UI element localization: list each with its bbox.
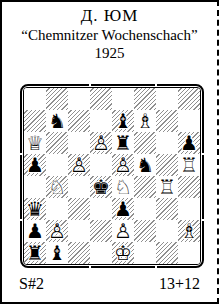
white-pawn-piece: ♙ [114,221,132,241]
square-a2: ♟ [24,220,46,242]
black-pawn-piece: ♟ [180,133,198,153]
stipulation-label: S#2 [19,275,44,293]
square-g4: ♖ [156,176,178,198]
square-d3 [90,198,112,220]
publication-year: 1925 [2,45,217,62]
white-king-piece: ♔ [114,243,132,263]
square-f2 [134,220,156,242]
square-g6 [156,132,178,154]
square-a4 [24,176,46,198]
square-g7 [156,110,178,132]
square-c4 [68,176,90,198]
white-rook-piece: ♖ [180,155,198,175]
square-b3 [46,198,68,220]
square-e8 [112,88,134,110]
diagram-header: Д. ЮМ “Chemnitzer Wochenschach” 1925 [2,2,217,62]
square-d8 [90,88,112,110]
square-b6 [46,132,68,154]
white-bishop-piece: ♗ [136,111,154,131]
frame-gap [155,84,157,87]
square-f7: ♗ [134,110,156,132]
chess-board-frame: ♞♝♗♕♙♜♟♟♙♙♞♖♘♚♘♖♛♟♟♙♙♗♜♝♔ [20,84,204,268]
square-b8 [46,88,68,110]
square-d4: ♚ [90,176,112,198]
square-a7 [24,110,46,132]
square-e6: ♜ [112,132,134,154]
white-pawn-piece: ♙ [114,155,132,175]
source-publication: “Chemnitzer Wochenschach” [2,27,217,43]
square-c6 [68,132,90,154]
square-e7: ♝ [112,110,134,132]
square-d7 [90,110,112,132]
square-a3: ♛ [24,198,46,220]
white-queen-piece: ♕ [26,133,44,153]
square-a6: ♕ [24,132,46,154]
square-h5: ♖ [178,154,200,176]
white-knight-piece: ♘ [114,177,132,197]
square-c7 [68,110,90,132]
frame-gap [89,84,91,87]
frame-gap [20,153,23,155]
black-pawn-piece: ♟ [26,155,44,175]
square-c3 [68,198,90,220]
square-a8 [24,88,46,110]
square-g8 [156,88,178,110]
square-e5: ♙ [112,154,134,176]
white-knight-piece: ♘ [48,177,66,197]
square-d6: ♙ [90,132,112,154]
square-b4: ♘ [46,176,68,198]
square-a5: ♟ [24,154,46,176]
chess-board-inner-frame: ♞♝♗♕♙♜♟♟♙♙♞♖♘♚♘♖♛♟♟♙♙♗♜♝♔ [23,87,201,265]
square-g3 [156,198,178,220]
square-c1 [68,242,90,264]
square-c8 [68,88,90,110]
frame-gap [155,265,157,268]
square-d1 [90,242,112,264]
square-d5 [90,154,112,176]
square-a1: ♜ [24,242,46,264]
square-h4 [178,176,200,198]
square-f6 [134,132,156,154]
square-f4 [134,176,156,198]
square-d2 [90,220,112,242]
square-b7: ♞ [46,110,68,132]
square-g5 [156,154,178,176]
chess-board: ♞♝♗♕♙♜♟♟♙♙♞♖♘♚♘♖♛♟♟♙♙♗♜♝♔ [24,88,200,264]
square-h8 [178,88,200,110]
square-h1 [178,242,200,264]
diagram-caption: S#2 13+12 [19,275,200,293]
black-bishop-piece: ♝ [114,111,132,131]
square-h3 [178,198,200,220]
square-f3 [134,198,156,220]
square-c2 [68,220,90,242]
square-c5: ♙ [68,154,90,176]
square-f1 [134,242,156,264]
diagram-card: Д. ЮМ “Chemnitzer Wochenschach” 1925 ♞♝♗… [0,0,219,304]
black-king-piece: ♚ [92,177,110,197]
black-rook-piece: ♜ [26,243,44,263]
black-pawn-piece: ♟ [114,199,132,219]
author-name: Д. ЮМ [2,6,217,26]
square-g1 [156,242,178,264]
white-pawn-piece: ♙ [92,133,110,153]
material-count-label: 13+12 [159,275,200,293]
black-pawn-piece: ♟ [26,221,44,241]
frame-gap [89,265,91,268]
square-e4: ♘ [112,176,134,198]
square-f8 [134,88,156,110]
black-knight-piece: ♞ [136,155,154,175]
black-bishop-piece: ♝ [48,243,66,263]
square-b1: ♝ [46,242,68,264]
square-g2 [156,220,178,242]
white-bishop-piece: ♗ [180,221,198,241]
square-h7 [178,110,200,132]
square-e2: ♙ [112,220,134,242]
white-pawn-piece: ♙ [70,155,88,175]
square-f5: ♞ [134,154,156,176]
white-rook-piece: ♖ [158,177,176,197]
square-e1: ♔ [112,242,134,264]
square-b2: ♙ [46,220,68,242]
black-rook-piece: ♜ [114,133,132,153]
square-e3: ♟ [112,198,134,220]
square-b5 [46,154,68,176]
square-h6: ♟ [178,132,200,154]
frame-gap [201,153,204,155]
frame-gap [201,219,204,221]
black-queen-piece: ♛ [26,199,44,219]
square-h2: ♗ [178,220,200,242]
white-pawn-piece: ♙ [48,221,66,241]
black-knight-piece: ♞ [48,111,66,131]
frame-gap [20,219,23,221]
